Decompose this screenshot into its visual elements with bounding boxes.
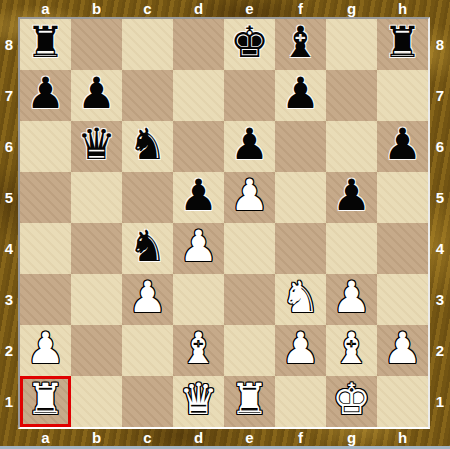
square-g8[interactable] xyxy=(326,19,377,70)
rank-labels-left: 87654321 xyxy=(0,17,18,431)
rank-label-7: 7 xyxy=(431,70,449,121)
square-h3[interactable] xyxy=(377,274,428,325)
chess-board[interactable]: ♜♚♝♜♟♟♟♛♞♟♟♟♟♟♞♟♟♞♟♟♝♟♝♟♜♛♜♚ xyxy=(18,17,430,429)
square-g1[interactable]: ♚ xyxy=(326,376,377,427)
square-b7[interactable]: ♟ xyxy=(71,70,122,121)
square-a7[interactable]: ♟ xyxy=(20,70,71,121)
square-d8[interactable] xyxy=(173,19,224,70)
square-c4[interactable]: ♞ xyxy=(122,223,173,274)
square-f2[interactable]: ♟ xyxy=(275,325,326,376)
file-label-c: c xyxy=(122,0,173,17)
square-c2[interactable] xyxy=(122,325,173,376)
square-c1[interactable] xyxy=(122,376,173,427)
piece-black-bishop[interactable]: ♝ xyxy=(281,21,320,64)
square-b6[interactable]: ♛ xyxy=(71,121,122,172)
rank-label-1: 1 xyxy=(431,376,449,427)
square-h5[interactable] xyxy=(377,172,428,223)
square-e3[interactable] xyxy=(224,274,275,325)
square-e6[interactable]: ♟ xyxy=(224,121,275,172)
square-a5[interactable] xyxy=(20,172,71,223)
rank-label-2: 2 xyxy=(431,325,449,376)
square-d6[interactable] xyxy=(173,121,224,172)
piece-white-pawn[interactable]: ♟ xyxy=(128,276,167,319)
file-label-c: c xyxy=(122,429,173,447)
rank-label-1: 1 xyxy=(0,376,18,427)
rank-label-5: 5 xyxy=(431,172,449,223)
piece-white-pawn[interactable]: ♟ xyxy=(281,327,320,370)
rank-label-3: 3 xyxy=(0,274,18,325)
piece-white-pawn[interactable]: ♟ xyxy=(179,225,218,268)
piece-black-queen[interactable]: ♛ xyxy=(77,123,116,166)
square-h1[interactable] xyxy=(377,376,428,427)
piece-white-pawn[interactable]: ♟ xyxy=(26,327,65,370)
file-label-d: d xyxy=(173,0,224,17)
square-g7[interactable] xyxy=(326,70,377,121)
square-e8[interactable]: ♚ xyxy=(224,19,275,70)
square-f8[interactable]: ♝ xyxy=(275,19,326,70)
square-e5[interactable]: ♟ xyxy=(224,172,275,223)
piece-white-pawn[interactable]: ♟ xyxy=(332,276,371,319)
piece-black-knight[interactable]: ♞ xyxy=(128,123,167,166)
square-d3[interactable] xyxy=(173,274,224,325)
square-h6[interactable]: ♟ xyxy=(377,121,428,172)
square-f1[interactable] xyxy=(275,376,326,427)
square-b8[interactable] xyxy=(71,19,122,70)
piece-black-pawn[interactable]: ♟ xyxy=(383,123,422,166)
rank-label-8: 8 xyxy=(431,19,449,70)
square-a4[interactable] xyxy=(20,223,71,274)
square-h4[interactable] xyxy=(377,223,428,274)
square-d1[interactable]: ♛ xyxy=(173,376,224,427)
piece-black-pawn[interactable]: ♟ xyxy=(77,72,116,115)
piece-white-bishop[interactable]: ♝ xyxy=(179,327,218,370)
rank-label-4: 4 xyxy=(431,223,449,274)
piece-black-pawn[interactable]: ♟ xyxy=(281,72,320,115)
square-a2[interactable]: ♟ xyxy=(20,325,71,376)
file-label-f: f xyxy=(275,0,326,17)
square-d2[interactable]: ♝ xyxy=(173,325,224,376)
square-c3[interactable]: ♟ xyxy=(122,274,173,325)
square-h7[interactable] xyxy=(377,70,428,121)
piece-black-rook[interactable]: ♜ xyxy=(383,21,422,64)
square-d7[interactable] xyxy=(173,70,224,121)
square-c8[interactable] xyxy=(122,19,173,70)
square-f3[interactable]: ♞ xyxy=(275,274,326,325)
square-e7[interactable] xyxy=(224,70,275,121)
piece-black-rook[interactable]: ♜ xyxy=(26,21,65,64)
file-label-g: g xyxy=(326,429,377,447)
piece-black-pawn[interactable]: ♟ xyxy=(332,174,371,217)
file-label-a: a xyxy=(20,0,71,17)
piece-white-rook[interactable]: ♜ xyxy=(230,378,269,421)
piece-black-pawn[interactable]: ♟ xyxy=(230,123,269,166)
square-a1[interactable]: ♜ xyxy=(20,376,71,427)
square-b5[interactable] xyxy=(71,172,122,223)
rank-label-2: 2 xyxy=(0,325,18,376)
rank-labels-right: 87654321 xyxy=(431,17,449,431)
square-g6[interactable] xyxy=(326,121,377,172)
file-label-d: d xyxy=(173,429,224,447)
file-label-g: g xyxy=(326,0,377,17)
file-label-e: e xyxy=(224,429,275,447)
file-label-e: e xyxy=(224,0,275,17)
piece-white-king[interactable]: ♚ xyxy=(332,378,371,421)
piece-white-rook[interactable]: ♜ xyxy=(26,378,65,421)
square-e4[interactable] xyxy=(224,223,275,274)
rank-label-6: 6 xyxy=(0,121,18,172)
piece-black-pawn[interactable]: ♟ xyxy=(26,72,65,115)
square-a8[interactable]: ♜ xyxy=(20,19,71,70)
square-d5[interactable]: ♟ xyxy=(173,172,224,223)
square-g5[interactable]: ♟ xyxy=(326,172,377,223)
square-f6[interactable] xyxy=(275,121,326,172)
square-f7[interactable]: ♟ xyxy=(275,70,326,121)
file-label-h: h xyxy=(377,429,428,447)
square-b3[interactable] xyxy=(71,274,122,325)
file-label-f: f xyxy=(275,429,326,447)
square-g4[interactable] xyxy=(326,223,377,274)
chessboard-window: abcdefgh abcdefgh 87654321 87654321 ♜♚♝♜… xyxy=(0,0,450,449)
rank-label-6: 6 xyxy=(431,121,449,172)
rank-label-7: 7 xyxy=(0,70,18,121)
rank-label-8: 8 xyxy=(0,19,18,70)
file-label-h: h xyxy=(377,0,428,17)
square-g2[interactable]: ♝ xyxy=(326,325,377,376)
file-label-a: a xyxy=(20,429,71,447)
square-b4[interactable] xyxy=(71,223,122,274)
piece-black-pawn[interactable]: ♟ xyxy=(179,174,218,217)
square-f5[interactable] xyxy=(275,172,326,223)
square-e2[interactable] xyxy=(224,325,275,376)
square-g3[interactable]: ♟ xyxy=(326,274,377,325)
piece-white-pawn[interactable]: ♟ xyxy=(383,327,422,370)
file-label-b: b xyxy=(71,429,122,447)
square-a3[interactable] xyxy=(20,274,71,325)
file-label-b: b xyxy=(71,0,122,17)
square-b1[interactable] xyxy=(71,376,122,427)
square-h8[interactable]: ♜ xyxy=(377,19,428,70)
square-a6[interactable] xyxy=(20,121,71,172)
rank-label-3: 3 xyxy=(431,274,449,325)
piece-white-bishop[interactable]: ♝ xyxy=(332,327,371,370)
square-e1[interactable]: ♜ xyxy=(224,376,275,427)
square-c7[interactable] xyxy=(122,70,173,121)
piece-white-knight[interactable]: ♞ xyxy=(281,276,320,319)
square-d4[interactable]: ♟ xyxy=(173,223,224,274)
square-h2[interactable]: ♟ xyxy=(377,325,428,376)
piece-white-pawn[interactable]: ♟ xyxy=(230,174,269,217)
file-labels-top: abcdefgh xyxy=(18,0,432,17)
file-labels-bottom: abcdefgh xyxy=(18,429,432,447)
square-b2[interactable] xyxy=(71,325,122,376)
piece-white-queen[interactable]: ♛ xyxy=(179,378,218,421)
piece-black-knight[interactable]: ♞ xyxy=(128,225,167,268)
square-c5[interactable] xyxy=(122,172,173,223)
piece-black-king[interactable]: ♚ xyxy=(230,21,269,64)
rank-label-4: 4 xyxy=(0,223,18,274)
square-f4[interactable] xyxy=(275,223,326,274)
square-c6[interactable]: ♞ xyxy=(122,121,173,172)
rank-label-5: 5 xyxy=(0,172,18,223)
